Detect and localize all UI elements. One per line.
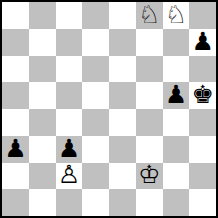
square-b4[interactable]: [29, 109, 56, 136]
chessboard: ♘♘♟♟♚♟♟♙♔: [0, 0, 218, 218]
square-f1[interactable]: [136, 189, 163, 216]
square-b2[interactable]: [29, 163, 56, 190]
square-e1[interactable]: [109, 189, 136, 216]
square-b6[interactable]: [29, 56, 56, 83]
square-a3[interactable]: ♟: [2, 136, 29, 163]
square-a8[interactable]: [2, 2, 29, 29]
square-h6[interactable]: [189, 56, 216, 83]
square-a1[interactable]: [2, 189, 29, 216]
square-b7[interactable]: [29, 29, 56, 56]
square-c2[interactable]: ♙: [56, 163, 83, 190]
square-a6[interactable]: [2, 56, 29, 83]
square-d2[interactable]: [82, 163, 109, 190]
square-d3[interactable]: [82, 136, 109, 163]
square-a5[interactable]: [2, 82, 29, 109]
black-pawn-piece: ♟: [4, 136, 26, 161]
square-c6[interactable]: [56, 56, 83, 83]
square-f7[interactable]: [136, 29, 163, 56]
square-d5[interactable]: [82, 82, 109, 109]
white-pawn-piece: ♙: [58, 163, 80, 188]
square-c3[interactable]: ♟: [56, 136, 83, 163]
square-b8[interactable]: [29, 2, 56, 29]
square-h2[interactable]: [189, 163, 216, 190]
square-f3[interactable]: [136, 136, 163, 163]
black-king-piece: ♚: [191, 82, 213, 107]
board-grid: ♘♘♟♟♚♟♟♙♔: [2, 2, 216, 216]
square-f4[interactable]: [136, 109, 163, 136]
black-pawn-piece: ♟: [58, 136, 80, 161]
square-g1[interactable]: [163, 189, 190, 216]
black-pawn-piece: ♟: [191, 29, 213, 54]
square-a4[interactable]: [2, 109, 29, 136]
square-g8[interactable]: ♘: [163, 2, 190, 29]
square-g3[interactable]: [163, 136, 190, 163]
square-c5[interactable]: [56, 82, 83, 109]
square-e5[interactable]: [109, 82, 136, 109]
square-e4[interactable]: [109, 109, 136, 136]
white-king-piece: ♔: [138, 163, 160, 188]
square-h4[interactable]: [189, 109, 216, 136]
square-b1[interactable]: [29, 189, 56, 216]
square-f2[interactable]: ♔: [136, 163, 163, 190]
square-d8[interactable]: [82, 2, 109, 29]
square-d7[interactable]: [82, 29, 109, 56]
square-d1[interactable]: [82, 189, 109, 216]
black-pawn-piece: ♟: [165, 82, 187, 107]
square-h5[interactable]: ♚: [189, 82, 216, 109]
white-knight-piece: ♘: [138, 2, 160, 27]
square-c1[interactable]: [56, 189, 83, 216]
square-e7[interactable]: [109, 29, 136, 56]
square-c7[interactable]: [56, 29, 83, 56]
square-e2[interactable]: [109, 163, 136, 190]
square-g7[interactable]: [163, 29, 190, 56]
square-f5[interactable]: [136, 82, 163, 109]
square-a2[interactable]: [2, 163, 29, 190]
square-b3[interactable]: [29, 136, 56, 163]
square-c4[interactable]: [56, 109, 83, 136]
square-d4[interactable]: [82, 109, 109, 136]
square-h3[interactable]: [189, 136, 216, 163]
square-g2[interactable]: [163, 163, 190, 190]
square-e3[interactable]: [109, 136, 136, 163]
square-e8[interactable]: [109, 2, 136, 29]
square-a7[interactable]: [2, 29, 29, 56]
white-knight-piece: ♘: [165, 2, 187, 27]
square-g4[interactable]: [163, 109, 190, 136]
square-h1[interactable]: [189, 189, 216, 216]
square-c8[interactable]: [56, 2, 83, 29]
square-b5[interactable]: [29, 82, 56, 109]
square-g6[interactable]: [163, 56, 190, 83]
square-h7[interactable]: ♟: [189, 29, 216, 56]
square-f6[interactable]: [136, 56, 163, 83]
square-h8[interactable]: [189, 2, 216, 29]
square-d6[interactable]: [82, 56, 109, 83]
square-f8[interactable]: ♘: [136, 2, 163, 29]
square-e6[interactable]: [109, 56, 136, 83]
square-g5[interactable]: ♟: [163, 82, 190, 109]
